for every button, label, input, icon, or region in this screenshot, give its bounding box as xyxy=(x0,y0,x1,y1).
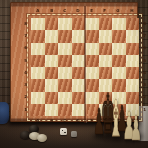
square-b5[interactable] xyxy=(45,55,59,67)
square-d2[interactable] xyxy=(72,92,86,104)
square-a3[interactable] xyxy=(31,79,45,91)
coordinate-label: 1 xyxy=(144,108,147,112)
square-h8[interactable] xyxy=(126,18,140,30)
square-c1[interactable] xyxy=(58,104,72,116)
square-c6[interactable] xyxy=(58,43,72,55)
die-white[interactable] xyxy=(60,128,67,135)
square-g6[interactable] xyxy=(112,43,126,55)
square-f4[interactable] xyxy=(99,67,113,79)
coordinate-label: H xyxy=(130,9,133,13)
square-d4[interactable] xyxy=(72,67,86,79)
coordinate-label: B xyxy=(50,9,53,13)
square-h3[interactable] xyxy=(126,79,140,91)
coordinate-label: D xyxy=(77,119,80,123)
coordinate-label: B xyxy=(50,119,53,123)
square-a2[interactable] xyxy=(31,92,45,104)
square-e3[interactable] xyxy=(85,79,99,91)
square-b7[interactable] xyxy=(45,30,59,42)
coordinate-label: 6 xyxy=(144,47,147,51)
square-h5[interactable] xyxy=(126,55,140,67)
square-g7[interactable] xyxy=(112,30,126,42)
square-e7[interactable] xyxy=(85,30,99,42)
coordinate-label: 4 xyxy=(25,71,28,75)
square-d7[interactable] xyxy=(72,30,86,42)
square-h6[interactable] xyxy=(126,43,140,55)
square-g8[interactable] xyxy=(112,18,126,30)
coordinate-label: D xyxy=(77,9,80,13)
square-g4[interactable] xyxy=(112,67,126,79)
square-b1[interactable] xyxy=(45,104,59,116)
square-d5[interactable] xyxy=(72,55,86,67)
square-c8[interactable] xyxy=(58,18,72,30)
coordinate-label: 1 xyxy=(25,108,28,112)
square-b2[interactable] xyxy=(45,92,59,104)
square-a7[interactable] xyxy=(31,30,45,42)
coordinate-label: 8 xyxy=(144,22,147,26)
coordinate-label: 3 xyxy=(144,83,147,87)
square-d1[interactable] xyxy=(72,104,86,116)
coordinate-label: 6 xyxy=(25,47,28,51)
coordinate-label: A xyxy=(36,9,39,13)
light-pawn-2[interactable]: ♟ xyxy=(127,114,146,148)
file-labels-top: ABCDEFGH xyxy=(31,8,139,14)
rank-labels-left: 87654321 xyxy=(23,18,29,116)
square-b6[interactable] xyxy=(45,43,59,55)
square-h7[interactable] xyxy=(126,30,140,42)
fold-seam xyxy=(84,6,86,123)
coordinate-label: 7 xyxy=(25,34,28,38)
coordinate-label: 2 xyxy=(144,96,147,100)
square-c5[interactable] xyxy=(58,55,72,67)
square-b8[interactable] xyxy=(45,18,59,30)
square-c7[interactable] xyxy=(58,30,72,42)
coordinate-label: F xyxy=(103,9,106,13)
coordinate-label: C xyxy=(63,119,66,123)
coordinate-label: C xyxy=(63,9,66,13)
square-c4[interactable] xyxy=(58,67,72,79)
square-a1[interactable] xyxy=(31,104,45,116)
square-f5[interactable] xyxy=(99,55,113,67)
square-e6[interactable] xyxy=(85,43,99,55)
coordinate-label: 4 xyxy=(144,71,147,75)
coordinate-label: G xyxy=(117,9,120,13)
rank-labels-right: 87654321 xyxy=(142,18,148,116)
square-g5[interactable] xyxy=(112,55,126,67)
coordinate-label: 7 xyxy=(144,34,147,38)
square-e4[interactable] xyxy=(85,67,99,79)
square-d6[interactable] xyxy=(72,43,86,55)
square-c2[interactable] xyxy=(58,92,72,104)
coordinate-label: A xyxy=(36,119,39,123)
square-d8[interactable] xyxy=(72,18,86,30)
square-f6[interactable] xyxy=(99,43,113,55)
square-h4[interactable] xyxy=(126,67,140,79)
square-e8[interactable] xyxy=(85,18,99,30)
square-a8[interactable] xyxy=(31,18,45,30)
square-b3[interactable] xyxy=(45,79,59,91)
scene: ABCDEFGH ABCDEFGH 87654321 87654321 ♟♚♝♟… xyxy=(0,0,148,148)
square-f7[interactable] xyxy=(99,30,113,42)
square-c3[interactable] xyxy=(58,79,72,91)
square-a4[interactable] xyxy=(31,67,45,79)
checker-white-2[interactable] xyxy=(37,134,47,142)
square-a5[interactable] xyxy=(31,55,45,67)
coordinate-label: E xyxy=(90,9,93,13)
coordinate-label: 2 xyxy=(25,96,28,100)
square-b4[interactable] xyxy=(45,67,59,79)
coordinate-label: 5 xyxy=(144,59,147,63)
coordinate-label: 3 xyxy=(25,83,28,87)
square-f8[interactable] xyxy=(99,18,113,30)
square-e5[interactable] xyxy=(85,55,99,67)
coordinate-label: 8 xyxy=(25,22,28,26)
square-d3[interactable] xyxy=(72,79,86,91)
die-grey[interactable] xyxy=(71,131,77,137)
square-a6[interactable] xyxy=(31,43,45,55)
coordinate-label: 5 xyxy=(25,59,28,63)
